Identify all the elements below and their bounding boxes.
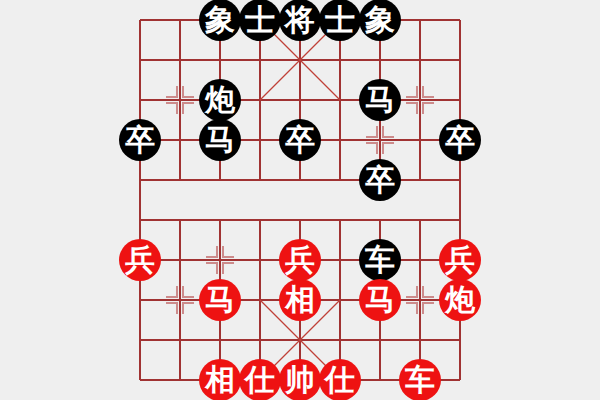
black-elephant[interactable]: 象 (359, 0, 401, 41)
red-soldier[interactable]: 兵 (119, 239, 161, 281)
red-elephant[interactable]: 相 (279, 279, 321, 321)
black-horse[interactable]: 马 (199, 119, 241, 161)
black-advisor[interactable]: 士 (239, 0, 281, 41)
red-horse[interactable]: 马 (199, 279, 241, 321)
xiangqi-board[interactable]: 象士将士象炮马卒马卒卒卒车兵兵兵马相马炮相仕帅仕车 (120, 0, 480, 400)
black-chariot[interactable]: 车 (359, 239, 401, 281)
black-soldier[interactable]: 卒 (359, 159, 401, 201)
black-soldier[interactable]: 卒 (279, 119, 321, 161)
black-advisor[interactable]: 士 (319, 0, 361, 41)
red-cannon[interactable]: 炮 (439, 279, 481, 321)
red-soldier[interactable]: 兵 (279, 239, 321, 281)
black-general[interactable]: 将 (279, 0, 321, 41)
red-elephant[interactable]: 相 (199, 359, 241, 400)
black-horse[interactable]: 马 (359, 79, 401, 121)
red-advisor[interactable]: 仕 (239, 359, 281, 400)
red-soldier[interactable]: 兵 (439, 239, 481, 281)
black-soldier[interactable]: 卒 (119, 119, 161, 161)
black-cannon[interactable]: 炮 (199, 79, 241, 121)
red-horse[interactable]: 马 (359, 279, 401, 321)
red-general[interactable]: 帅 (279, 359, 321, 400)
black-soldier[interactable]: 卒 (439, 119, 481, 161)
xiangqi-diagram: 象士将士象炮马卒马卒卒卒车兵兵兵马相马炮相仕帅仕车 (0, 0, 600, 400)
black-elephant[interactable]: 象 (199, 0, 241, 41)
red-chariot[interactable]: 车 (399, 359, 441, 400)
red-advisor[interactable]: 仕 (319, 359, 361, 400)
